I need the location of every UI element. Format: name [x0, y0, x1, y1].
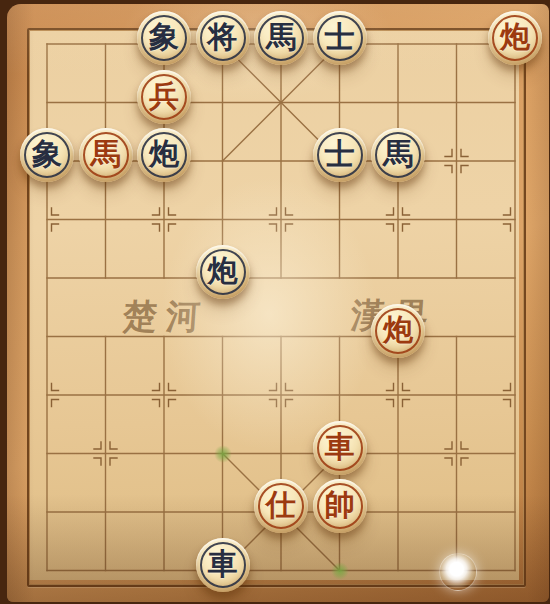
piece-black-cannon[interactable]: 炮 [137, 128, 191, 182]
piece-red-cannon[interactable]: 炮 [371, 304, 425, 358]
piece-glyph: 車 [208, 549, 238, 579]
piece-glyph: 士 [325, 139, 355, 169]
glow-orb-effect [439, 553, 477, 591]
piece-black-advisor[interactable]: 士 [313, 11, 367, 65]
piece-red-cannon[interactable]: 炮 [488, 11, 542, 65]
piece-glyph: 炮 [149, 139, 179, 169]
piece-black-horse[interactable]: 馬 [371, 128, 425, 182]
app-window: 楚河 漢界 象将馬士炮兵象馬炮士馬炮炮車仕帥車 [0, 0, 550, 604]
piece-glyph: 象 [149, 22, 179, 52]
piece-glyph: 炮 [500, 22, 530, 52]
piece-black-elephant[interactable]: 象 [137, 11, 191, 65]
piece-red-chariot[interactable]: 車 [313, 421, 367, 475]
piece-black-general[interactable]: 将 [196, 11, 250, 65]
piece-black-chariot[interactable]: 車 [196, 538, 250, 592]
piece-black-elephant[interactable]: 象 [20, 128, 74, 182]
piece-red-general[interactable]: 帥 [313, 479, 367, 533]
piece-glyph: 帥 [325, 490, 355, 520]
piece-glyph: 兵 [149, 81, 179, 111]
piece-glyph: 将 [208, 22, 238, 52]
piece-red-soldier[interactable]: 兵 [137, 70, 191, 124]
piece-glyph: 馬 [383, 139, 413, 169]
piece-glyph: 仕 [266, 490, 296, 520]
piece-red-advisor[interactable]: 仕 [254, 479, 308, 533]
piece-glyph: 炮 [383, 315, 413, 345]
piece-glyph: 士 [325, 22, 355, 52]
piece-glyph: 象 [32, 139, 62, 169]
piece-glyph: 馬 [266, 22, 296, 52]
piece-black-cannon[interactable]: 炮 [196, 245, 250, 299]
piece-glyph: 馬 [91, 139, 121, 169]
board-background: 楚河 漢界 象将馬士炮兵象馬炮士馬炮炮車仕帥車 [7, 4, 549, 602]
piece-glyph: 車 [325, 432, 355, 462]
piece-glyph: 炮 [208, 256, 238, 286]
piece-black-advisor[interactable]: 士 [313, 128, 367, 182]
piece-red-horse[interactable]: 馬 [79, 128, 133, 182]
piece-black-horse[interactable]: 馬 [254, 11, 308, 65]
